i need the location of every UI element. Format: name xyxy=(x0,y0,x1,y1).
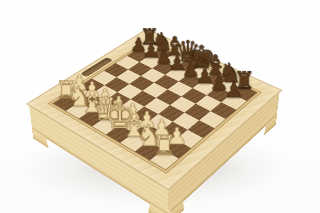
piece-black-pawn[interactable]: ♟ xyxy=(215,80,253,101)
piece-white-rook[interactable]: ♜ xyxy=(143,132,186,159)
photo-stage: ♜♞♝♛♚♝♞♜♟♟♟♟♟♟♟♟♟♟♟♟♟♟♟♟♜♞♝♛♚♝♞♜ xyxy=(0,0,320,213)
board-box-top: ♜♞♝♛♚♝♞♜♟♟♟♟♟♟♟♟♟♟♟♟♟♟♟♟♜♞♝♛♚♝♞♜ xyxy=(26,29,283,191)
scene: ♜♞♝♛♚♝♞♜♟♟♟♟♟♟♟♟♟♟♟♟♟♟♟♟♜♞♝♛♚♝♞♜ xyxy=(0,0,320,213)
